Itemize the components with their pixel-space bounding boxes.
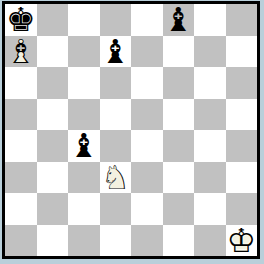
square-f6[interactable] <box>163 67 195 99</box>
square-f1[interactable] <box>163 225 195 257</box>
square-e1[interactable] <box>131 225 163 257</box>
square-f7[interactable] <box>163 36 195 68</box>
square-b2[interactable] <box>37 193 69 225</box>
square-a7[interactable]: ♝♗ <box>5 36 37 68</box>
white-bishop-a7: ♝♗ <box>5 36 37 68</box>
square-b1[interactable] <box>37 225 69 257</box>
square-f5[interactable] <box>163 99 195 131</box>
white-bishop-glyph: ♗ <box>5 36 37 68</box>
square-b4[interactable] <box>37 130 69 162</box>
square-g5[interactable] <box>194 99 226 131</box>
square-c8[interactable] <box>68 4 100 36</box>
square-h4[interactable] <box>226 130 258 162</box>
white-knight-glyph: ♘ <box>100 162 132 194</box>
square-h2[interactable] <box>226 193 258 225</box>
square-d7[interactable]: ♝ <box>100 36 132 68</box>
square-a5[interactable] <box>5 99 37 131</box>
square-g3[interactable] <box>194 162 226 194</box>
black-bishop-d7: ♝ <box>100 36 132 68</box>
black-bishop-glyph: ♝ <box>100 36 132 68</box>
black-bishop-glyph: ♝ <box>68 130 100 162</box>
square-f3[interactable] <box>163 162 195 194</box>
square-e5[interactable] <box>131 99 163 131</box>
black-king-a8: ♚ <box>5 4 37 36</box>
square-c4[interactable]: ♝ <box>68 130 100 162</box>
square-a8[interactable]: ♚ <box>5 4 37 36</box>
square-a3[interactable] <box>5 162 37 194</box>
square-g4[interactable] <box>194 130 226 162</box>
white-bishop-fill-glyph: ♝ <box>6 36 36 66</box>
square-d1[interactable] <box>100 225 132 257</box>
square-g7[interactable] <box>194 36 226 68</box>
square-b7[interactable] <box>37 36 69 68</box>
square-g1[interactable] <box>194 225 226 257</box>
square-e8[interactable] <box>131 4 163 36</box>
square-b6[interactable] <box>37 67 69 99</box>
square-c7[interactable] <box>68 36 100 68</box>
black-bishop-f8: ♝ <box>163 4 195 36</box>
square-g2[interactable] <box>194 193 226 225</box>
square-a4[interactable] <box>5 130 37 162</box>
white-king-fill-glyph: ♚ <box>226 225 256 255</box>
square-h5[interactable] <box>226 99 258 131</box>
square-h1[interactable]: ♚♔ <box>226 225 258 257</box>
square-d5[interactable] <box>100 99 132 131</box>
square-a1[interactable] <box>5 225 37 257</box>
white-king-h1: ♚♔ <box>226 225 258 257</box>
square-h3[interactable] <box>226 162 258 194</box>
white-knight-d3: ♞♘ <box>100 162 132 194</box>
square-c1[interactable] <box>68 225 100 257</box>
square-e7[interactable] <box>131 36 163 68</box>
black-king-glyph: ♚ <box>5 4 37 36</box>
square-e2[interactable] <box>131 193 163 225</box>
white-knight-fill-glyph: ♞ <box>100 162 130 192</box>
square-c2[interactable] <box>68 193 100 225</box>
square-f4[interactable] <box>163 130 195 162</box>
square-f8[interactable]: ♝ <box>163 4 195 36</box>
square-a2[interactable] <box>5 193 37 225</box>
square-d3[interactable]: ♞♘ <box>100 162 132 194</box>
square-g6[interactable] <box>194 67 226 99</box>
square-e3[interactable] <box>131 162 163 194</box>
white-king-glyph: ♔ <box>226 225 258 257</box>
square-c6[interactable] <box>68 67 100 99</box>
square-g8[interactable] <box>194 4 226 36</box>
square-e4[interactable] <box>131 130 163 162</box>
chess-board: ♚♝♝♗♝♝♞♘♚♔ <box>5 4 257 256</box>
black-bishop-c4: ♝ <box>68 130 100 162</box>
square-d2[interactable] <box>100 193 132 225</box>
square-b5[interactable] <box>37 99 69 131</box>
square-d8[interactable] <box>100 4 132 36</box>
square-c5[interactable] <box>68 99 100 131</box>
square-h6[interactable] <box>226 67 258 99</box>
square-f2[interactable] <box>163 193 195 225</box>
square-h7[interactable] <box>226 36 258 68</box>
square-e6[interactable] <box>131 67 163 99</box>
chess-board-frame: ♚♝♝♗♝♝♞♘♚♔ <box>2 1 260 259</box>
square-d4[interactable] <box>100 130 132 162</box>
black-bishop-glyph: ♝ <box>163 4 195 36</box>
square-b3[interactable] <box>37 162 69 194</box>
square-d6[interactable] <box>100 67 132 99</box>
square-b8[interactable] <box>37 4 69 36</box>
square-h8[interactable] <box>226 4 258 36</box>
square-a6[interactable] <box>5 67 37 99</box>
square-c3[interactable] <box>68 162 100 194</box>
